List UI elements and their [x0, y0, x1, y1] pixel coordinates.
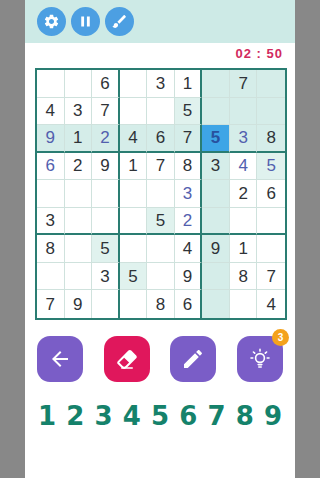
cell-r3c9[interactable]: 8 [257, 125, 285, 153]
cell-r2c8[interactable] [230, 98, 258, 126]
cell-r7c8[interactable]: 1 [230, 235, 258, 263]
cell-r1c6[interactable]: 1 [175, 70, 203, 98]
numpad-5[interactable]: 5 [151, 399, 169, 433]
cell-r3c5[interactable]: 6 [147, 125, 175, 153]
cell-r2c3[interactable]: 7 [92, 98, 120, 126]
eraser-icon [115, 347, 139, 371]
cell-r4c8[interactable]: 4 [230, 153, 258, 181]
hint-button[interactable]: 3 [237, 336, 283, 382]
cell-r4c4[interactable]: 1 [120, 153, 148, 181]
cell-r4c5[interactable]: 7 [147, 153, 175, 181]
cell-r9c6[interactable]: 6 [175, 290, 203, 318]
pencil-icon [181, 347, 205, 371]
cell-r2c4[interactable] [120, 98, 148, 126]
pause-icon [77, 13, 94, 30]
cell-r6c3[interactable] [92, 208, 120, 236]
cell-r2c5[interactable] [147, 98, 175, 126]
cell-r6c2[interactable] [65, 208, 93, 236]
cell-r5c7[interactable] [202, 180, 230, 208]
cell-r5c2[interactable] [65, 180, 93, 208]
cell-r9c2[interactable]: 9 [65, 290, 93, 318]
cell-r5c8[interactable]: 2 [230, 180, 258, 208]
numpad-9[interactable]: 9 [264, 399, 282, 433]
cell-r8c5[interactable] [147, 263, 175, 291]
sudoku-board: 6317437591246753862917834532635285491359… [35, 68, 287, 320]
cell-r3c8[interactable]: 3 [230, 125, 258, 153]
cell-r3c7[interactable]: 5 [202, 125, 230, 153]
cell-r1c4[interactable] [120, 70, 148, 98]
cell-r4c1[interactable]: 6 [37, 153, 65, 181]
cell-r4c2[interactable]: 2 [65, 153, 93, 181]
cell-r5c3[interactable] [92, 180, 120, 208]
cell-r7c7[interactable]: 9 [202, 235, 230, 263]
header-bar [25, 0, 295, 43]
undo-button[interactable] [37, 336, 83, 382]
cell-r1c5[interactable]: 3 [147, 70, 175, 98]
hint-count-badge: 3 [272, 329, 289, 346]
theme-brush-button[interactable] [105, 7, 134, 36]
numpad-7[interactable]: 7 [207, 399, 225, 433]
cell-r3c1[interactable]: 9 [37, 125, 65, 153]
cell-r7c9[interactable] [257, 235, 285, 263]
brush-icon [111, 13, 128, 30]
settings-button[interactable] [37, 7, 66, 36]
numpad-2[interactable]: 2 [66, 399, 84, 433]
eraser-button[interactable] [104, 336, 150, 382]
cell-r6c9[interactable] [257, 208, 285, 236]
cell-r3c6[interactable]: 7 [175, 125, 203, 153]
cell-r6c1[interactable]: 3 [37, 208, 65, 236]
cell-r1c1[interactable] [37, 70, 65, 98]
cell-r5c9[interactable]: 6 [257, 180, 285, 208]
timer: 02 : 50 [236, 46, 283, 61]
cell-r9c4[interactable] [120, 290, 148, 318]
cell-r1c7[interactable] [202, 70, 230, 98]
cell-r6c6[interactable]: 2 [175, 208, 203, 236]
cell-r4c6[interactable]: 8 [175, 153, 203, 181]
cell-r4c9[interactable]: 5 [257, 153, 285, 181]
cell-r9c8[interactable] [230, 290, 258, 318]
numpad-6[interactable]: 6 [179, 399, 197, 433]
numpad-1[interactable]: 1 [38, 399, 56, 433]
cell-r6c8[interactable] [230, 208, 258, 236]
cell-r7c5[interactable] [147, 235, 175, 263]
cell-r8c9[interactable]: 7 [257, 263, 285, 291]
numpad-3[interactable]: 3 [94, 399, 112, 433]
cell-r3c3[interactable]: 2 [92, 125, 120, 153]
cell-r7c6[interactable]: 4 [175, 235, 203, 263]
cell-r8c7[interactable] [202, 263, 230, 291]
cell-r6c4[interactable] [120, 208, 148, 236]
cell-r2c1[interactable]: 4 [37, 98, 65, 126]
cell-r5c6[interactable]: 3 [175, 180, 203, 208]
cell-r3c2[interactable]: 1 [65, 125, 93, 153]
cell-r6c5[interactable]: 5 [147, 208, 175, 236]
cell-r8c3[interactable]: 3 [92, 263, 120, 291]
cell-r2c6[interactable]: 5 [175, 98, 203, 126]
cell-r9c1[interactable]: 7 [37, 290, 65, 318]
cell-r8c8[interactable]: 8 [230, 263, 258, 291]
cell-r3c4[interactable]: 4 [120, 125, 148, 153]
number-pad: 1 2 3 4 5 6 7 8 9 [25, 399, 295, 433]
cell-r9c5[interactable]: 8 [147, 290, 175, 318]
cell-r8c2[interactable] [65, 263, 93, 291]
cell-r2c9[interactable] [257, 98, 285, 126]
gear-icon [43, 13, 60, 30]
cell-r2c2[interactable]: 3 [65, 98, 93, 126]
cell-r8c6[interactable]: 9 [175, 263, 203, 291]
cell-r7c4[interactable] [120, 235, 148, 263]
cell-r8c4[interactable]: 5 [120, 263, 148, 291]
cell-r1c2[interactable] [65, 70, 93, 98]
cell-r2c7[interactable] [202, 98, 230, 126]
cell-r4c7[interactable]: 3 [202, 153, 230, 181]
cell-r6c7[interactable] [202, 208, 230, 236]
cell-r8c1[interactable] [37, 263, 65, 291]
sudoku-app: 02 : 50 63174375912467538629178345326352… [25, 0, 295, 478]
cell-r1c3[interactable]: 6 [92, 70, 120, 98]
cell-r1c8[interactable]: 7 [230, 70, 258, 98]
cell-r1c9[interactable] [257, 70, 285, 98]
cell-r5c5[interactable] [147, 180, 175, 208]
undo-arrow-icon [48, 347, 72, 371]
control-bar: 3 [25, 336, 295, 384]
lightbulb-icon [248, 347, 272, 371]
cell-r7c2[interactable] [65, 235, 93, 263]
pause-button[interactable] [71, 7, 100, 36]
cell-r9c7[interactable] [202, 290, 230, 318]
numpad-4[interactable]: 4 [123, 399, 141, 433]
cell-r7c1[interactable]: 8 [37, 235, 65, 263]
cell-r5c4[interactable] [120, 180, 148, 208]
numpad-8[interactable]: 8 [236, 399, 254, 433]
cell-r7c3[interactable]: 5 [92, 235, 120, 263]
cell-r5c1[interactable] [37, 180, 65, 208]
pencil-button[interactable] [170, 336, 216, 382]
cell-r4c3[interactable]: 9 [92, 153, 120, 181]
cell-r9c9[interactable]: 4 [257, 290, 285, 318]
cell-r9c3[interactable] [92, 290, 120, 318]
